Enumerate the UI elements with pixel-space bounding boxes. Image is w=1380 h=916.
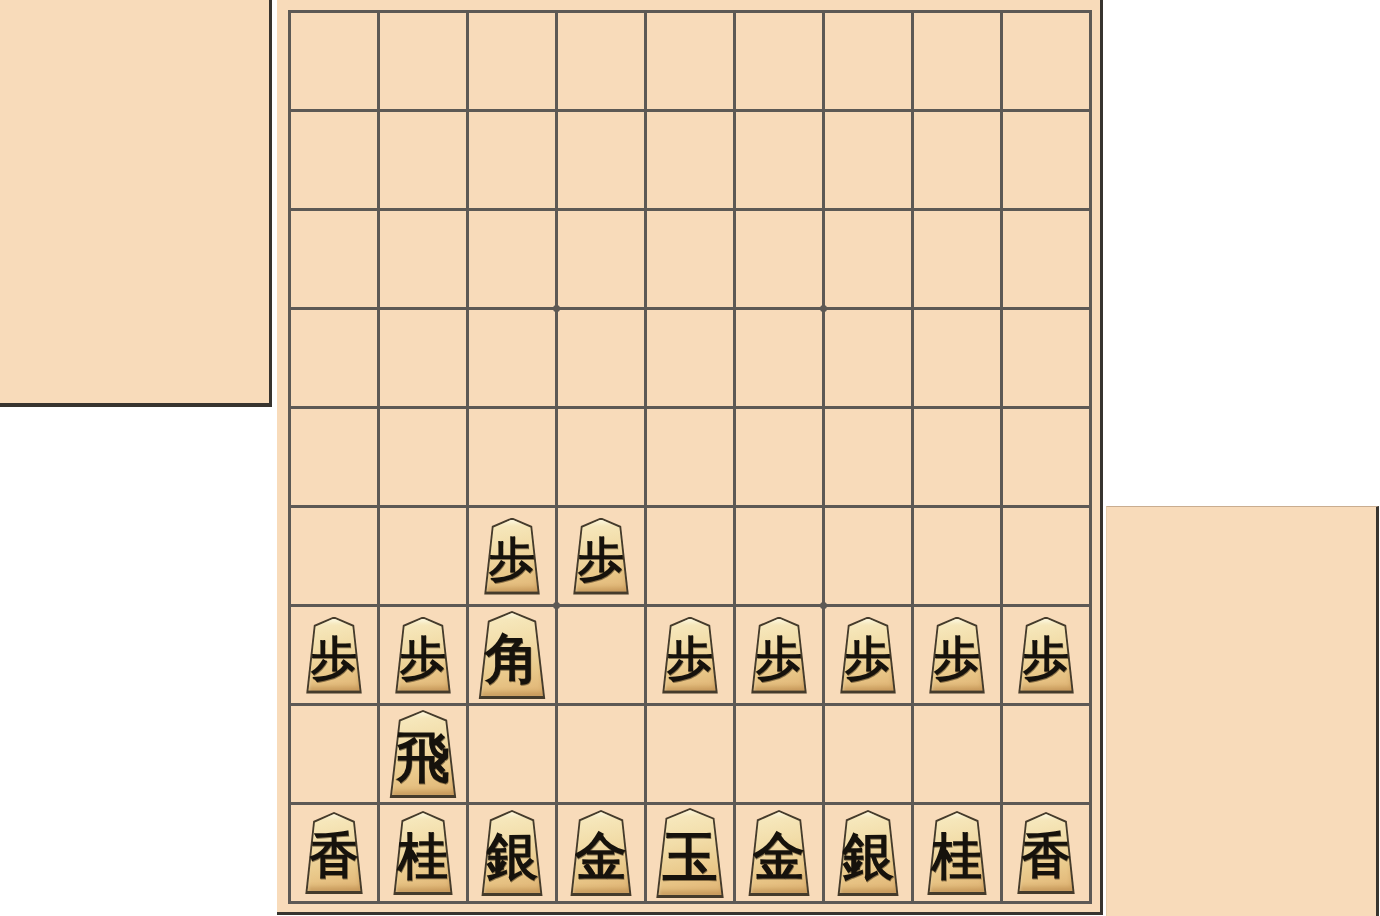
square-5e[interactable]: [647, 409, 733, 505]
square-2e[interactable]: [914, 409, 1000, 505]
square-1i[interactable]: 香: [1003, 805, 1089, 901]
square-4e[interactable]: [736, 409, 822, 505]
square-7f[interactable]: 歩: [469, 508, 555, 604]
square-5g[interactable]: 歩: [647, 607, 733, 703]
shogi-board-panel: 歩歩歩歩角歩歩歩歩歩飛香桂銀金玉金銀桂香: [277, 0, 1103, 915]
square-7c[interactable]: [469, 211, 555, 307]
square-4i[interactable]: 金: [736, 805, 822, 901]
square-4g[interactable]: 歩: [736, 607, 822, 703]
square-6b[interactable]: [558, 112, 644, 208]
square-9i[interactable]: 香: [291, 805, 377, 901]
square-3d[interactable]: [825, 310, 911, 406]
square-6f[interactable]: 歩: [558, 508, 644, 604]
piece-kanji: 銀: [842, 824, 894, 882]
piece-king[interactable]: 玉: [653, 808, 727, 898]
square-9g[interactable]: 歩: [291, 607, 377, 703]
square-1h[interactable]: [1003, 706, 1089, 802]
square-2h[interactable]: [914, 706, 1000, 802]
square-9b[interactable]: [291, 112, 377, 208]
piece-kanji: 角: [485, 625, 539, 686]
square-6c[interactable]: [558, 211, 644, 307]
piece-silver[interactable]: 銀: [835, 810, 902, 896]
piece-gold[interactable]: 金: [746, 810, 813, 896]
piece-kanji: 桂: [398, 825, 448, 881]
square-4c[interactable]: [736, 211, 822, 307]
piece-pawn[interactable]: 歩: [838, 617, 899, 694]
piece-kanji: 飛: [396, 724, 450, 785]
board-grid: 歩歩歩歩角歩歩歩歩歩飛香桂銀金玉金銀桂香: [288, 10, 1092, 904]
square-9e[interactable]: [291, 409, 377, 505]
square-4f[interactable]: [736, 508, 822, 604]
square-8g[interactable]: 歩: [380, 607, 466, 703]
square-3f[interactable]: [825, 508, 911, 604]
square-7a[interactable]: [469, 13, 555, 109]
piece-pawn[interactable]: 歩: [660, 617, 721, 694]
komadai-gote[interactable]: [0, 0, 272, 407]
square-6i[interactable]: 金: [558, 805, 644, 901]
piece-pawn[interactable]: 歩: [927, 617, 988, 694]
square-8b[interactable]: [380, 112, 466, 208]
square-7g[interactable]: 角: [469, 607, 555, 703]
square-2b[interactable]: [914, 112, 1000, 208]
square-1g[interactable]: 歩: [1003, 607, 1089, 703]
square-5i[interactable]: 玉: [647, 805, 733, 901]
square-9f[interactable]: [291, 508, 377, 604]
square-3c[interactable]: [825, 211, 911, 307]
piece-kanji: 歩: [400, 629, 446, 680]
square-5h[interactable]: [647, 706, 733, 802]
piece-kanji: 歩: [667, 629, 713, 680]
square-2f[interactable]: [914, 508, 1000, 604]
piece-pawn[interactable]: 歩: [482, 518, 543, 595]
square-8i[interactable]: 桂: [380, 805, 466, 901]
star-point: [553, 305, 560, 312]
komadai-sente[interactable]: [1106, 506, 1379, 916]
square-1a[interactable]: [1003, 13, 1089, 109]
square-1f[interactable]: [1003, 508, 1089, 604]
square-6e[interactable]: [558, 409, 644, 505]
piece-rook[interactable]: 飛: [387, 710, 460, 798]
square-6d[interactable]: [558, 310, 644, 406]
square-2g[interactable]: 歩: [914, 607, 1000, 703]
piece-lance[interactable]: 香: [303, 812, 366, 894]
square-2d[interactable]: [914, 310, 1000, 406]
page: 歩歩歩歩角歩歩歩歩歩飛香桂銀金玉金銀桂香: [0, 0, 1380, 916]
piece-kanji: 香: [1022, 826, 1071, 881]
square-7i[interactable]: 銀: [469, 805, 555, 901]
square-8f[interactable]: [380, 508, 466, 604]
square-7d[interactable]: [469, 310, 555, 406]
square-8d[interactable]: [380, 310, 466, 406]
square-1d[interactable]: [1003, 310, 1089, 406]
piece-knight[interactable]: 桂: [925, 811, 990, 895]
square-5d[interactable]: [647, 310, 733, 406]
square-8h[interactable]: 飛: [380, 706, 466, 802]
square-2c[interactable]: [914, 211, 1000, 307]
square-5f[interactable]: [647, 508, 733, 604]
piece-pawn[interactable]: 歩: [304, 617, 365, 694]
piece-kanji: 歩: [311, 629, 357, 680]
square-8c[interactable]: [380, 211, 466, 307]
star-point: [553, 602, 560, 609]
square-7e[interactable]: [469, 409, 555, 505]
piece-gold[interactable]: 金: [568, 810, 635, 896]
square-8a[interactable]: [380, 13, 466, 109]
square-5b[interactable]: [647, 112, 733, 208]
piece-bishop[interactable]: 角: [476, 611, 549, 699]
piece-pawn[interactable]: 歩: [393, 617, 454, 694]
piece-knight[interactable]: 桂: [391, 811, 456, 895]
square-7h[interactable]: [469, 706, 555, 802]
piece-kanji: 桂: [932, 825, 982, 881]
piece-kanji: 銀: [486, 824, 538, 882]
piece-kanji: 玉: [663, 822, 718, 884]
square-9d[interactable]: [291, 310, 377, 406]
square-3e[interactable]: [825, 409, 911, 505]
square-3g[interactable]: 歩: [825, 607, 911, 703]
square-8e[interactable]: [380, 409, 466, 505]
square-4b[interactable]: [736, 112, 822, 208]
piece-kanji: 金: [575, 824, 627, 882]
piece-pawn[interactable]: 歩: [571, 518, 632, 595]
piece-kanji: 歩: [934, 629, 980, 680]
square-9a[interactable]: [291, 13, 377, 109]
square-7b[interactable]: [469, 112, 555, 208]
star-point: [820, 305, 827, 312]
piece-kanji: 金: [753, 824, 805, 882]
square-3h[interactable]: [825, 706, 911, 802]
square-1c[interactable]: [1003, 211, 1089, 307]
square-4d[interactable]: [736, 310, 822, 406]
piece-silver[interactable]: 銀: [479, 810, 546, 896]
square-2i[interactable]: 桂: [914, 805, 1000, 901]
square-6h[interactable]: [558, 706, 644, 802]
star-point: [820, 602, 827, 609]
piece-pawn[interactable]: 歩: [1016, 617, 1077, 694]
square-6a[interactable]: [558, 13, 644, 109]
piece-pawn[interactable]: 歩: [749, 617, 810, 694]
square-9h[interactable]: [291, 706, 377, 802]
square-4a[interactable]: [736, 13, 822, 109]
square-2a[interactable]: [914, 13, 1000, 109]
square-9c[interactable]: [291, 211, 377, 307]
piece-kanji: 香: [310, 826, 359, 881]
square-5c[interactable]: [647, 211, 733, 307]
square-3b[interactable]: [825, 112, 911, 208]
square-1b[interactable]: [1003, 112, 1089, 208]
square-5a[interactable]: [647, 13, 733, 109]
square-3a[interactable]: [825, 13, 911, 109]
square-4h[interactable]: [736, 706, 822, 802]
square-6g[interactable]: [558, 607, 644, 703]
piece-kanji: 歩: [756, 629, 802, 680]
piece-kanji: 歩: [1023, 629, 1069, 680]
square-1e[interactable]: [1003, 409, 1089, 505]
square-3i[interactable]: 銀: [825, 805, 911, 901]
piece-kanji: 歩: [845, 629, 891, 680]
piece-kanji: 歩: [578, 530, 624, 581]
piece-lance[interactable]: 香: [1015, 812, 1078, 894]
piece-kanji: 歩: [489, 530, 535, 581]
